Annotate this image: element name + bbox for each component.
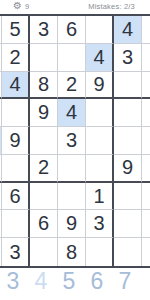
- numpad-digit-4[interactable]: 4: [27, 266, 55, 296]
- cell-r2c7[interactable]: [142, 72, 150, 100]
- cell-r7c5[interactable]: 3: [86, 210, 114, 238]
- cell-r2c2[interactable]: 4: [2, 72, 30, 100]
- cell-r2c6[interactable]: [114, 72, 142, 100]
- cell-r8c3[interactable]: [30, 238, 58, 266]
- cell-r8c4[interactable]: 8: [58, 238, 86, 266]
- cell-r0c3[interactable]: 3: [30, 16, 58, 44]
- cell-r6c5[interactable]: 1: [86, 183, 114, 211]
- gear-value-label: 9: [25, 2, 29, 11]
- cell-r3c6[interactable]: [114, 99, 142, 127]
- cell-r5c2[interactable]: [2, 155, 30, 183]
- numpad-digit-5[interactable]: 5: [55, 266, 83, 296]
- cell-r7c4[interactable]: 9: [58, 210, 86, 238]
- cell-r4c4[interactable]: 3: [58, 127, 86, 155]
- cell-r2c5[interactable]: 9: [86, 72, 114, 100]
- settings-gear-icon[interactable]: ⚙: [13, 0, 22, 12]
- app-header: ⚙ 9 Mistakes: 2/3: [0, 0, 150, 14]
- cell-r1c7[interactable]: [142, 44, 150, 72]
- cell-r3c4[interactable]: 4: [58, 99, 86, 127]
- cell-r3c3[interactable]: 9: [30, 99, 58, 127]
- cell-r8c5[interactable]: [86, 238, 114, 266]
- cell-r1c3[interactable]: [30, 44, 58, 72]
- cell-r1c2[interactable]: 2: [2, 44, 30, 72]
- cell-r1c5[interactable]: 4: [86, 44, 114, 72]
- cell-r7c6[interactable]: [114, 210, 142, 238]
- cell-r4c7[interactable]: [142, 127, 150, 155]
- cell-r7c3[interactable]: 6: [30, 210, 58, 238]
- cell-r8c2[interactable]: 3: [2, 238, 30, 266]
- sudoku-board: 536424348299493296169338: [0, 14, 150, 268]
- numpad-digit-7[interactable]: 7: [111, 266, 139, 296]
- cell-r7c2[interactable]: [2, 210, 30, 238]
- cell-r6c4[interactable]: [58, 183, 86, 211]
- cell-r4c6[interactable]: [114, 127, 142, 155]
- cell-r3c7[interactable]: [142, 99, 150, 127]
- cell-r1c6[interactable]: 3: [114, 44, 142, 72]
- cell-r3c2[interactable]: [2, 99, 30, 127]
- cell-r4c5[interactable]: [86, 127, 114, 155]
- cell-r6c7[interactable]: [142, 183, 150, 211]
- cell-r2c3[interactable]: 8: [30, 72, 58, 100]
- cell-r4c2[interactable]: 9: [2, 127, 30, 155]
- cell-r5c5[interactable]: [86, 155, 114, 183]
- cell-r0c2[interactable]: 5: [2, 16, 30, 44]
- cell-r8c6[interactable]: [114, 238, 142, 266]
- numpad-digit-3[interactable]: 3: [0, 266, 27, 296]
- number-pad: 34567: [0, 266, 139, 296]
- numpad-digit-6[interactable]: 6: [83, 266, 111, 296]
- cell-r8c7[interactable]: [142, 238, 150, 266]
- cell-r5c7[interactable]: [142, 155, 150, 183]
- cell-r6c2[interactable]: 6: [2, 183, 30, 211]
- cell-r1c4[interactable]: [58, 44, 86, 72]
- cell-r5c6[interactable]: 9: [114, 155, 142, 183]
- cell-r6c3[interactable]: [30, 183, 58, 211]
- mistakes-counter: Mistakes: 2/3: [88, 2, 135, 11]
- cell-r0c5[interactable]: [86, 16, 114, 44]
- cell-r3c5[interactable]: [86, 99, 114, 127]
- cell-r5c4[interactable]: [58, 155, 86, 183]
- cell-r4c3[interactable]: [30, 127, 58, 155]
- cell-r2c4[interactable]: 2: [58, 72, 86, 100]
- cell-r0c4[interactable]: 6: [58, 16, 86, 44]
- cell-r0c7[interactable]: [142, 16, 150, 44]
- sudoku-app-screen: ⚙ 9 Mistakes: 2/3 5364243482994932961693…: [0, 0, 150, 300]
- cell-r0c6[interactable]: 4: [114, 16, 142, 44]
- cell-r6c6[interactable]: [114, 183, 142, 211]
- cell-r7c7[interactable]: [142, 210, 150, 238]
- cell-r5c3[interactable]: 2: [30, 155, 58, 183]
